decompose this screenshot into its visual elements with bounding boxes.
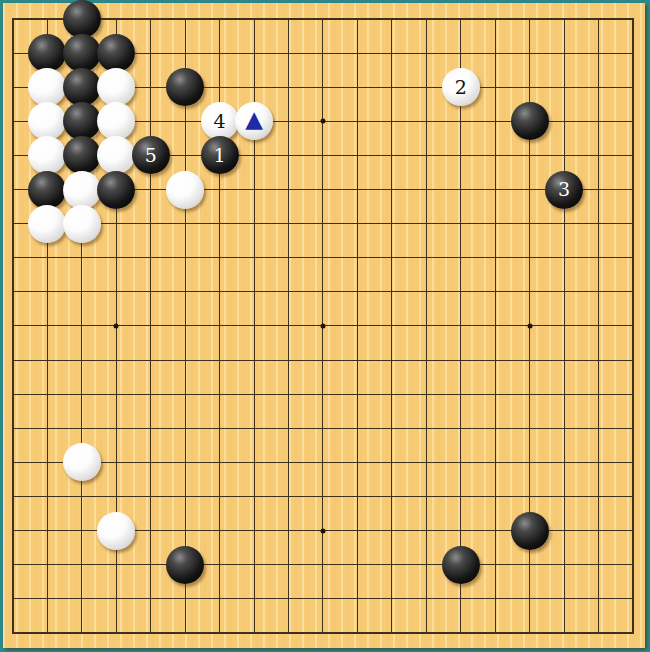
intersection[interactable] — [0, 2, 30, 36]
intersection[interactable] — [478, 377, 512, 411]
intersection[interactable] — [547, 616, 581, 650]
intersection[interactable] — [512, 514, 546, 548]
intersection[interactable] — [375, 138, 409, 172]
intersection[interactable] — [271, 548, 305, 582]
intersection[interactable] — [478, 138, 512, 172]
intersection[interactable] — [306, 309, 340, 343]
intersection[interactable] — [65, 343, 99, 377]
intersection[interactable] — [0, 343, 30, 377]
intersection[interactable] — [616, 241, 650, 275]
intersection[interactable] — [271, 309, 305, 343]
intersection[interactable] — [30, 138, 64, 172]
intersection[interactable] — [65, 138, 99, 172]
intersection[interactable] — [0, 514, 30, 548]
intersection[interactable] — [237, 514, 271, 548]
intersection[interactable] — [409, 377, 443, 411]
intersection[interactable] — [202, 445, 236, 479]
intersection[interactable] — [168, 309, 202, 343]
intersection[interactable] — [271, 445, 305, 479]
intersection[interactable] — [444, 514, 478, 548]
intersection[interactable] — [444, 104, 478, 138]
white-stone[interactable] — [28, 102, 66, 140]
black-stone[interactable] — [28, 171, 66, 209]
intersection[interactable] — [306, 172, 340, 206]
intersection[interactable] — [306, 36, 340, 70]
intersection[interactable] — [0, 309, 30, 343]
black-stone[interactable] — [63, 68, 101, 106]
intersection[interactable] — [237, 138, 271, 172]
intersection[interactable] — [30, 548, 64, 582]
intersection[interactable] — [168, 138, 202, 172]
intersection[interactable] — [340, 36, 374, 70]
intersection[interactable] — [30, 411, 64, 445]
intersection[interactable] — [202, 479, 236, 513]
intersection[interactable] — [512, 241, 546, 275]
intersection[interactable] — [134, 241, 168, 275]
intersection[interactable] — [202, 582, 236, 616]
intersection[interactable] — [444, 36, 478, 70]
intersection[interactable] — [202, 377, 236, 411]
intersection[interactable] — [340, 411, 374, 445]
intersection[interactable] — [134, 548, 168, 582]
intersection[interactable] — [616, 207, 650, 241]
intersection[interactable] — [0, 172, 30, 206]
intersection[interactable] — [478, 275, 512, 309]
intersection[interactable] — [202, 616, 236, 650]
intersection[interactable]: 5 — [134, 138, 168, 172]
intersection[interactable] — [478, 616, 512, 650]
intersection[interactable] — [202, 241, 236, 275]
intersection[interactable] — [375, 582, 409, 616]
black-stone[interactable] — [97, 171, 135, 209]
intersection[interactable] — [0, 104, 30, 138]
intersection[interactable] — [512, 411, 546, 445]
intersection[interactable] — [168, 172, 202, 206]
intersection[interactable] — [409, 411, 443, 445]
intersection[interactable] — [375, 104, 409, 138]
intersection[interactable] — [134, 582, 168, 616]
intersection[interactable] — [581, 616, 615, 650]
intersection[interactable] — [306, 411, 340, 445]
intersection[interactable] — [512, 582, 546, 616]
intersection[interactable] — [134, 309, 168, 343]
intersection[interactable] — [202, 309, 236, 343]
intersection[interactable] — [478, 309, 512, 343]
intersection[interactable] — [65, 70, 99, 104]
intersection[interactable] — [168, 411, 202, 445]
intersection[interactable] — [375, 172, 409, 206]
intersection[interactable] — [512, 275, 546, 309]
intersection[interactable] — [512, 172, 546, 206]
intersection[interactable] — [30, 309, 64, 343]
intersection[interactable] — [65, 411, 99, 445]
intersection[interactable] — [202, 343, 236, 377]
intersection[interactable] — [271, 104, 305, 138]
intersection[interactable] — [0, 36, 30, 70]
intersection[interactable] — [0, 138, 30, 172]
intersection[interactable] — [99, 172, 133, 206]
intersection[interactable] — [168, 104, 202, 138]
intersection[interactable] — [202, 70, 236, 104]
intersection[interactable] — [271, 207, 305, 241]
intersection[interactable] — [0, 582, 30, 616]
intersection[interactable] — [444, 548, 478, 582]
white-stone[interactable] — [63, 443, 101, 481]
intersection[interactable] — [134, 445, 168, 479]
intersection[interactable] — [340, 207, 374, 241]
intersection[interactable] — [306, 241, 340, 275]
intersection[interactable] — [340, 275, 374, 309]
intersection[interactable] — [65, 207, 99, 241]
intersection[interactable] — [547, 275, 581, 309]
white-stone[interactable] — [97, 136, 135, 174]
intersection[interactable] — [134, 104, 168, 138]
intersection[interactable] — [306, 445, 340, 479]
intersection[interactable] — [168, 241, 202, 275]
intersection[interactable] — [512, 616, 546, 650]
intersection[interactable] — [375, 343, 409, 377]
intersection[interactable] — [306, 514, 340, 548]
intersection[interactable] — [375, 445, 409, 479]
intersection[interactable] — [99, 309, 133, 343]
intersection[interactable]: 2 — [444, 70, 478, 104]
intersection[interactable] — [271, 2, 305, 36]
intersection[interactable] — [512, 70, 546, 104]
intersection[interactable] — [202, 548, 236, 582]
intersection[interactable] — [512, 343, 546, 377]
intersection[interactable] — [65, 241, 99, 275]
board-intersections[interactable]: 24▲513 — [0, 2, 650, 650]
intersection[interactable] — [30, 70, 64, 104]
intersection[interactable] — [444, 172, 478, 206]
intersection[interactable] — [65, 479, 99, 513]
intersection[interactable] — [168, 514, 202, 548]
intersection[interactable] — [340, 377, 374, 411]
white-stone[interactable] — [97, 68, 135, 106]
intersection[interactable] — [616, 36, 650, 70]
intersection[interactable] — [581, 275, 615, 309]
intersection[interactable] — [237, 548, 271, 582]
intersection[interactable] — [512, 207, 546, 241]
intersection[interactable] — [202, 275, 236, 309]
intersection[interactable] — [271, 411, 305, 445]
intersection[interactable] — [30, 445, 64, 479]
intersection[interactable] — [616, 445, 650, 479]
black-stone[interactable] — [97, 34, 135, 72]
intersection[interactable] — [30, 104, 64, 138]
intersection[interactable] — [478, 445, 512, 479]
intersection[interactable] — [271, 241, 305, 275]
intersection[interactable] — [581, 377, 615, 411]
intersection[interactable] — [99, 275, 133, 309]
intersection[interactable] — [478, 36, 512, 70]
intersection[interactable] — [134, 411, 168, 445]
intersection[interactable] — [306, 479, 340, 513]
intersection[interactable] — [99, 582, 133, 616]
intersection[interactable] — [616, 70, 650, 104]
intersection[interactable] — [306, 275, 340, 309]
intersection[interactable] — [134, 275, 168, 309]
intersection[interactable]: 4 — [202, 104, 236, 138]
intersection[interactable] — [375, 377, 409, 411]
intersection[interactable] — [306, 104, 340, 138]
intersection[interactable] — [65, 275, 99, 309]
intersection[interactable] — [409, 36, 443, 70]
intersection[interactable] — [581, 582, 615, 616]
intersection[interactable] — [271, 479, 305, 513]
intersection[interactable] — [581, 70, 615, 104]
intersection[interactable] — [409, 445, 443, 479]
intersection[interactable] — [340, 241, 374, 275]
intersection[interactable] — [65, 548, 99, 582]
intersection[interactable] — [616, 2, 650, 36]
intersection[interactable] — [237, 36, 271, 70]
intersection[interactable] — [0, 411, 30, 445]
intersection[interactable] — [271, 36, 305, 70]
intersection[interactable] — [30, 36, 64, 70]
intersection[interactable] — [306, 2, 340, 36]
intersection[interactable] — [0, 479, 30, 513]
intersection[interactable] — [65, 514, 99, 548]
intersection[interactable] — [375, 479, 409, 513]
intersection[interactable] — [65, 445, 99, 479]
intersection[interactable] — [581, 445, 615, 479]
intersection[interactable] — [512, 548, 546, 582]
intersection[interactable] — [65, 36, 99, 70]
intersection[interactable] — [271, 275, 305, 309]
intersection[interactable] — [99, 411, 133, 445]
intersection[interactable] — [444, 275, 478, 309]
intersection[interactable] — [547, 582, 581, 616]
intersection[interactable] — [237, 411, 271, 445]
intersection[interactable] — [581, 104, 615, 138]
intersection[interactable] — [616, 582, 650, 616]
intersection[interactable] — [581, 207, 615, 241]
intersection[interactable] — [512, 445, 546, 479]
intersection[interactable] — [616, 275, 650, 309]
intersection[interactable] — [444, 582, 478, 616]
intersection[interactable] — [340, 172, 374, 206]
intersection[interactable] — [547, 377, 581, 411]
black-stone[interactable] — [166, 546, 204, 584]
intersection[interactable] — [0, 377, 30, 411]
intersection[interactable] — [237, 377, 271, 411]
intersection[interactable] — [271, 514, 305, 548]
intersection[interactable] — [237, 70, 271, 104]
intersection[interactable] — [512, 309, 546, 343]
intersection[interactable] — [409, 70, 443, 104]
intersection[interactable] — [616, 172, 650, 206]
white-stone[interactable]: ▲ — [235, 102, 273, 140]
intersection[interactable] — [375, 70, 409, 104]
intersection[interactable] — [168, 377, 202, 411]
intersection[interactable] — [581, 514, 615, 548]
intersection[interactable] — [30, 2, 64, 36]
intersection[interactable] — [375, 2, 409, 36]
intersection[interactable] — [99, 548, 133, 582]
intersection[interactable] — [30, 616, 64, 650]
intersection[interactable] — [237, 309, 271, 343]
intersection[interactable] — [375, 616, 409, 650]
intersection[interactable] — [547, 138, 581, 172]
intersection[interactable] — [237, 207, 271, 241]
intersection[interactable] — [99, 104, 133, 138]
intersection[interactable] — [478, 514, 512, 548]
intersection[interactable] — [65, 104, 99, 138]
black-stone[interactable] — [166, 68, 204, 106]
intersection[interactable] — [134, 172, 168, 206]
white-stone[interactable]: 2 — [442, 68, 480, 106]
intersection[interactable] — [375, 309, 409, 343]
intersection[interactable] — [134, 70, 168, 104]
intersection[interactable] — [237, 479, 271, 513]
intersection[interactable] — [340, 138, 374, 172]
intersection[interactable] — [616, 548, 650, 582]
intersection[interactable] — [65, 172, 99, 206]
intersection[interactable] — [375, 207, 409, 241]
black-stone[interactable] — [63, 102, 101, 140]
black-stone[interactable] — [63, 136, 101, 174]
intersection[interactable] — [547, 104, 581, 138]
intersection[interactable] — [409, 172, 443, 206]
intersection[interactable] — [202, 172, 236, 206]
white-stone[interactable] — [28, 205, 66, 243]
black-stone[interactable]: 3 — [545, 171, 583, 209]
intersection[interactable] — [547, 514, 581, 548]
intersection[interactable] — [375, 241, 409, 275]
intersection[interactable] — [134, 2, 168, 36]
intersection[interactable] — [616, 104, 650, 138]
intersection[interactable] — [306, 548, 340, 582]
black-stone[interactable]: 1 — [201, 136, 239, 174]
intersection[interactable] — [168, 2, 202, 36]
intersection[interactable] — [65, 2, 99, 36]
intersection[interactable] — [478, 207, 512, 241]
intersection[interactable] — [99, 616, 133, 650]
intersection[interactable] — [30, 343, 64, 377]
intersection[interactable] — [547, 479, 581, 513]
intersection[interactable] — [340, 70, 374, 104]
white-stone[interactable] — [28, 136, 66, 174]
intersection[interactable] — [99, 445, 133, 479]
intersection[interactable] — [478, 104, 512, 138]
intersection[interactable] — [409, 343, 443, 377]
intersection[interactable] — [409, 514, 443, 548]
intersection[interactable] — [478, 582, 512, 616]
intersection[interactable] — [168, 343, 202, 377]
intersection[interactable] — [444, 207, 478, 241]
intersection[interactable] — [237, 172, 271, 206]
intersection[interactable] — [375, 36, 409, 70]
intersection[interactable] — [409, 275, 443, 309]
intersection[interactable] — [65, 309, 99, 343]
intersection[interactable] — [65, 377, 99, 411]
intersection[interactable] — [409, 241, 443, 275]
intersection[interactable] — [134, 616, 168, 650]
intersection[interactable] — [581, 343, 615, 377]
intersection[interactable] — [512, 104, 546, 138]
intersection[interactable] — [409, 479, 443, 513]
intersection[interactable] — [616, 479, 650, 513]
intersection[interactable] — [340, 104, 374, 138]
intersection[interactable] — [30, 207, 64, 241]
intersection[interactable] — [237, 2, 271, 36]
intersection[interactable] — [306, 616, 340, 650]
intersection[interactable] — [375, 275, 409, 309]
intersection[interactable] — [340, 343, 374, 377]
intersection[interactable] — [202, 207, 236, 241]
intersection[interactable] — [99, 343, 133, 377]
intersection[interactable] — [409, 616, 443, 650]
intersection[interactable] — [168, 616, 202, 650]
intersection[interactable] — [547, 36, 581, 70]
intersection[interactable] — [134, 343, 168, 377]
intersection[interactable] — [99, 2, 133, 36]
intersection[interactable] — [134, 207, 168, 241]
intersection[interactable] — [0, 70, 30, 104]
go-board[interactable]: 24▲513 — [0, 0, 650, 652]
intersection[interactable] — [0, 207, 30, 241]
intersection[interactable] — [547, 343, 581, 377]
intersection[interactable] — [340, 445, 374, 479]
intersection[interactable] — [340, 479, 374, 513]
intersection[interactable] — [547, 445, 581, 479]
intersection[interactable] — [168, 275, 202, 309]
intersection[interactable] — [478, 70, 512, 104]
white-stone[interactable] — [166, 171, 204, 209]
intersection[interactable] — [581, 172, 615, 206]
intersection[interactable] — [478, 2, 512, 36]
black-stone[interactable] — [442, 546, 480, 584]
intersection[interactable] — [512, 138, 546, 172]
intersection[interactable] — [271, 616, 305, 650]
intersection[interactable] — [547, 207, 581, 241]
intersection[interactable] — [512, 36, 546, 70]
intersection[interactable] — [581, 411, 615, 445]
intersection[interactable] — [237, 275, 271, 309]
intersection[interactable] — [581, 548, 615, 582]
intersection[interactable] — [581, 479, 615, 513]
intersection[interactable] — [30, 172, 64, 206]
intersection[interactable] — [0, 616, 30, 650]
intersection[interactable] — [581, 241, 615, 275]
black-stone[interactable] — [28, 34, 66, 72]
intersection[interactable] — [409, 104, 443, 138]
intersection[interactable] — [478, 343, 512, 377]
intersection[interactable] — [375, 411, 409, 445]
intersection[interactable] — [237, 241, 271, 275]
intersection[interactable] — [168, 582, 202, 616]
intersection[interactable] — [30, 241, 64, 275]
black-stone[interactable] — [63, 34, 101, 72]
intersection[interactable] — [306, 343, 340, 377]
intersection[interactable] — [30, 377, 64, 411]
intersection[interactable] — [444, 138, 478, 172]
intersection[interactable] — [340, 548, 374, 582]
intersection[interactable] — [616, 377, 650, 411]
intersection[interactable] — [581, 309, 615, 343]
intersection[interactable] — [444, 241, 478, 275]
intersection[interactable] — [99, 207, 133, 241]
intersection[interactable] — [340, 616, 374, 650]
intersection[interactable] — [99, 377, 133, 411]
intersection[interactable]: ▲ — [237, 104, 271, 138]
intersection[interactable] — [306, 138, 340, 172]
intersection[interactable] — [581, 138, 615, 172]
intersection[interactable] — [444, 411, 478, 445]
intersection[interactable] — [65, 582, 99, 616]
black-stone[interactable]: 5 — [132, 136, 170, 174]
